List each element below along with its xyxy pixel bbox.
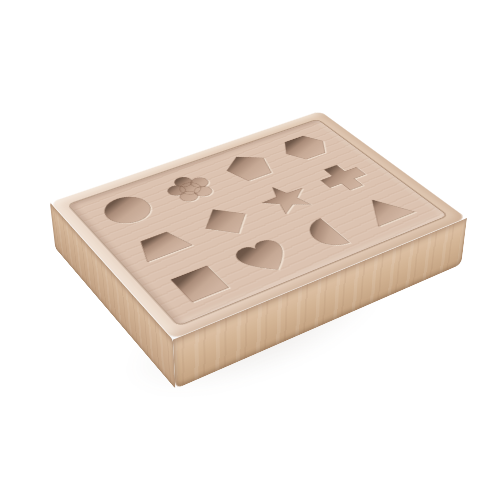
cross-cutout-icon <box>306 157 383 199</box>
flower-cutout-icon <box>152 167 228 210</box>
hole-diamond[interactable] <box>186 198 267 245</box>
board-scene <box>89 85 424 335</box>
triangle-cutout-icon <box>346 188 426 233</box>
pentagon-cutout-icon <box>212 147 287 188</box>
hole-triangle[interactable] <box>345 188 427 234</box>
hexagon-cutout-icon <box>268 128 341 167</box>
trapezoid-cutout-icon <box>122 221 203 270</box>
hole-cross[interactable] <box>305 157 383 200</box>
hole-square[interactable] <box>156 257 243 312</box>
diamond-cutout-icon <box>186 199 266 245</box>
hole-star[interactable] <box>247 177 327 222</box>
product-photo <box>0 0 500 500</box>
semicircle-cutout-icon <box>286 210 368 258</box>
square-cutout-icon <box>157 258 242 312</box>
hole-circle[interactable] <box>88 187 167 233</box>
star-cutout-icon <box>248 177 326 221</box>
hole-semicircle[interactable] <box>286 210 369 259</box>
puzzle-board <box>50 111 467 340</box>
hole-heart[interactable] <box>223 233 308 284</box>
hole-pentagon[interactable] <box>211 147 287 188</box>
circle-cutout-icon <box>89 188 166 233</box>
hole-hexagon[interactable] <box>268 128 343 167</box>
heart-cutout-icon <box>224 233 307 284</box>
hole-trapezoid[interactable] <box>121 221 203 271</box>
